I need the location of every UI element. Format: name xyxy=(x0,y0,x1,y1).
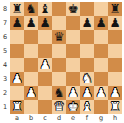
black-pawn[interactable]: ♟ xyxy=(39,16,50,29)
square-f7[interactable]: ♟ xyxy=(80,16,94,30)
square-g7[interactable]: ♟ xyxy=(94,16,108,30)
black-queen[interactable]: ♛ xyxy=(53,30,64,43)
file-label-a: a xyxy=(10,115,24,123)
file-label-h: h xyxy=(108,115,122,123)
square-b1[interactable] xyxy=(24,100,38,114)
square-f6[interactable] xyxy=(80,30,94,44)
square-f5[interactable] xyxy=(80,44,94,58)
square-a7[interactable]: ♟ xyxy=(10,16,24,30)
square-c3[interactable] xyxy=(38,72,52,86)
square-e5[interactable] xyxy=(66,44,80,58)
square-b6[interactable] xyxy=(24,30,38,44)
square-a5[interactable] xyxy=(10,44,24,58)
file-label-c: c xyxy=(38,115,52,123)
square-h5[interactable] xyxy=(108,44,122,58)
file-label-g: g xyxy=(94,115,108,123)
rank-label-7: 7 xyxy=(0,16,10,30)
black-knight[interactable]: ♞ xyxy=(53,86,64,99)
white-pawn[interactable]: ♟ xyxy=(11,72,22,85)
square-b7[interactable]: ♟ xyxy=(24,16,38,30)
white-pawn[interactable]: ♟ xyxy=(81,86,92,99)
square-f1[interactable]: ♝ xyxy=(80,100,94,114)
square-g2[interactable]: ♟ xyxy=(94,86,108,100)
square-c2[interactable] xyxy=(38,86,52,100)
square-d5[interactable] xyxy=(52,44,66,58)
white-rook[interactable]: ♜ xyxy=(11,100,22,113)
square-e1[interactable]: ♚ xyxy=(66,100,80,114)
square-g5[interactable] xyxy=(94,44,108,58)
square-d8[interactable] xyxy=(52,2,66,16)
rank-label-8: 8 xyxy=(0,2,10,16)
square-g6[interactable] xyxy=(94,30,108,44)
file-label-d: d xyxy=(52,115,66,123)
rank-label-4: 4 xyxy=(0,58,10,72)
square-b4[interactable] xyxy=(24,58,38,72)
rank-label-1: 1 xyxy=(0,100,10,114)
white-pawn[interactable]: ♟ xyxy=(109,86,120,99)
white-knight[interactable]: ♞ xyxy=(81,72,92,85)
square-a6[interactable] xyxy=(10,30,24,44)
file-label-b: b xyxy=(24,115,38,123)
square-d1[interactable]: ♛ xyxy=(52,100,66,114)
black-pawn[interactable]: ♟ xyxy=(81,16,92,29)
square-h6[interactable] xyxy=(108,30,122,44)
white-king[interactable]: ♚ xyxy=(67,100,78,113)
black-pawn[interactable]: ♟ xyxy=(11,16,22,29)
square-e7[interactable] xyxy=(66,16,80,30)
black-pawn[interactable]: ♟ xyxy=(25,16,36,29)
rank-label-3: 3 xyxy=(0,72,10,86)
square-c6[interactable] xyxy=(38,30,52,44)
rank-label-2: 2 xyxy=(0,86,10,100)
square-g1[interactable] xyxy=(94,100,108,114)
square-d6[interactable]: ♛ xyxy=(52,30,66,44)
file-label-e: e xyxy=(66,115,80,123)
black-pawn[interactable]: ♟ xyxy=(95,16,106,29)
black-king[interactable]: ♚ xyxy=(67,2,78,15)
square-h7[interactable]: ♟ xyxy=(108,16,122,30)
white-pawn[interactable]: ♟ xyxy=(95,86,106,99)
square-c7[interactable]: ♟ xyxy=(38,16,52,30)
file-labels: a b c d e f g h xyxy=(10,115,122,123)
white-rook[interactable]: ♜ xyxy=(109,100,120,113)
square-d4[interactable] xyxy=(52,58,66,72)
chess-diagram: 8 7 6 5 4 3 2 1 ♜♞♝♚♜♟♟♟♟♟♟♛♟♟♞♟♞♟♟♟♟♜♛♚… xyxy=(0,0,124,123)
square-c4[interactable]: ♟ xyxy=(38,58,52,72)
square-h4[interactable] xyxy=(108,58,122,72)
black-pawn[interactable]: ♟ xyxy=(109,16,120,29)
white-bishop[interactable]: ♝ xyxy=(81,100,92,113)
square-b2[interactable]: ♟ xyxy=(24,86,38,100)
square-a3[interactable]: ♟ xyxy=(10,72,24,86)
black-rook[interactable]: ♜ xyxy=(109,2,120,15)
black-bishop[interactable]: ♝ xyxy=(39,2,50,15)
square-b5[interactable] xyxy=(24,44,38,58)
rank-label-5: 5 xyxy=(0,44,10,58)
white-pawn[interactable]: ♟ xyxy=(39,58,50,71)
square-e8[interactable]: ♚ xyxy=(66,2,80,16)
file-label-f: f xyxy=(80,115,94,123)
black-rook[interactable]: ♜ xyxy=(11,2,22,15)
square-c1[interactable] xyxy=(38,100,52,114)
square-a1[interactable]: ♜ xyxy=(10,100,24,114)
black-knight[interactable]: ♞ xyxy=(25,2,36,15)
white-queen[interactable]: ♛ xyxy=(53,100,64,113)
square-h1[interactable]: ♜ xyxy=(108,100,122,114)
white-pawn[interactable]: ♟ xyxy=(25,86,36,99)
rank-labels: 8 7 6 5 4 3 2 1 xyxy=(0,2,10,114)
white-pawn[interactable]: ♟ xyxy=(67,86,78,99)
square-e4[interactable] xyxy=(66,58,80,72)
square-e6[interactable] xyxy=(66,30,80,44)
square-g4[interactable] xyxy=(94,58,108,72)
chess-board: ♜♞♝♚♜♟♟♟♟♟♟♛♟♟♞♟♞♟♟♟♟♜♛♚♝♜ xyxy=(10,2,122,114)
rank-label-6: 6 xyxy=(0,30,10,44)
